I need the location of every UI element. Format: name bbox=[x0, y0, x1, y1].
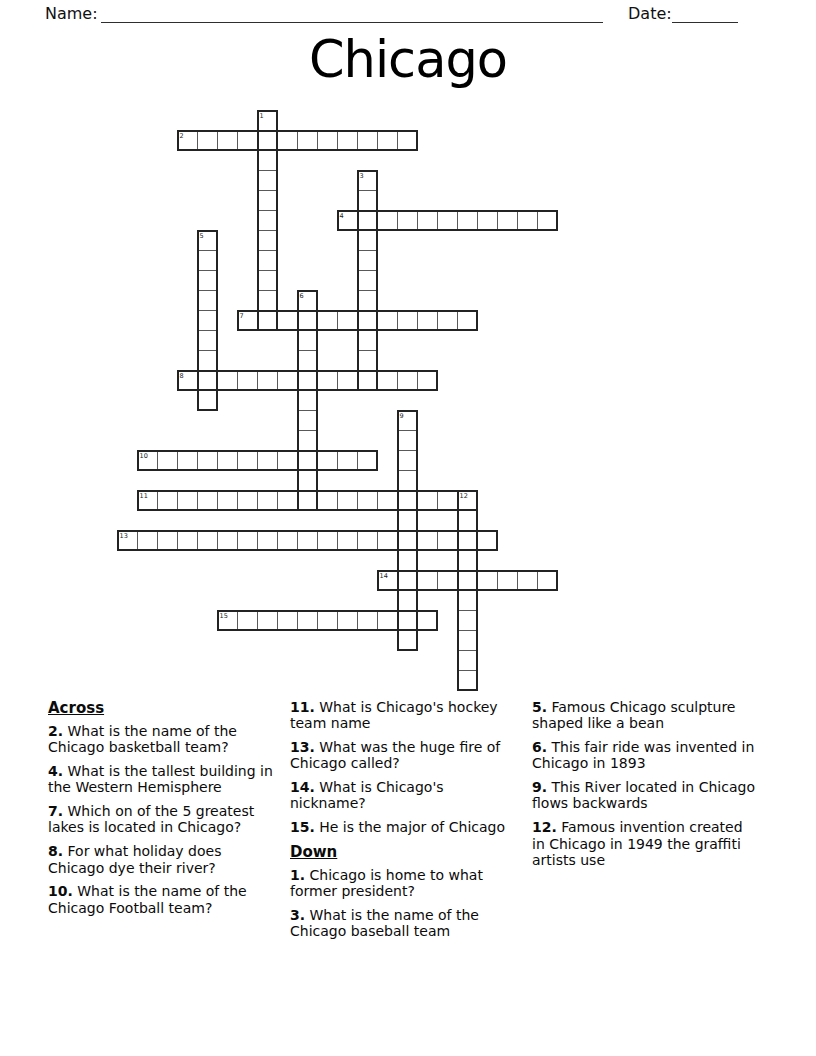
name-label: Name: bbox=[45, 4, 98, 23]
grid-cell-r19c17[interactable] bbox=[457, 490, 478, 511]
grid-cell-r24c17[interactable] bbox=[457, 590, 478, 611]
grid-cell-r21c3[interactable] bbox=[177, 530, 198, 551]
grid-cell-r1c13[interactable] bbox=[377, 130, 398, 151]
clue-4: 4. What is the tallest building in the W… bbox=[48, 763, 274, 796]
grid-cell-r5c18[interactable] bbox=[477, 210, 498, 231]
grid-cell-r12c4[interactable] bbox=[197, 350, 218, 371]
grid-cell-r21c7[interactable] bbox=[257, 530, 278, 551]
grid-cell-r9c4[interactable] bbox=[197, 290, 218, 311]
grid-cell-r5c12[interactable] bbox=[357, 210, 378, 231]
grid-cell-r10c16[interactable] bbox=[437, 310, 458, 331]
grid-cell-r13c8[interactable] bbox=[277, 370, 298, 391]
grid-cell-r25c11[interactable] bbox=[337, 610, 358, 631]
clue-column-1: Across2. What is the name of the Chicago… bbox=[48, 699, 274, 947]
clue-12: 12. Famous invention created in Chicago … bbox=[532, 819, 758, 868]
grid-cell-r6c12[interactable] bbox=[357, 230, 378, 251]
grid-cell-r5c19[interactable] bbox=[497, 210, 518, 231]
grid-cell-r1c6[interactable] bbox=[237, 130, 258, 151]
grid-cell-r22c17[interactable] bbox=[457, 550, 478, 571]
grid-cell-r5c20[interactable] bbox=[517, 210, 538, 231]
grid-cell-r25c6[interactable] bbox=[237, 610, 258, 631]
grid-cell-r3c12[interactable] bbox=[357, 170, 378, 191]
grid-cell-r20c17[interactable] bbox=[457, 510, 478, 531]
grid-cell-r10c13[interactable] bbox=[377, 310, 398, 331]
grid-cell-r17c9[interactable] bbox=[297, 450, 318, 471]
grid-cell-r16c9[interactable] bbox=[297, 430, 318, 451]
clue-10: 10. What is the name of the Chicago Foot… bbox=[48, 883, 274, 916]
grid-cell-r10c4[interactable] bbox=[197, 310, 218, 331]
grid-cell-r25c10[interactable] bbox=[317, 610, 338, 631]
clue-3: 3. What is the name of the Chicago baseb… bbox=[290, 907, 516, 940]
grid-cell-r24c14[interactable] bbox=[397, 590, 418, 611]
grid-cell-r19c13[interactable] bbox=[377, 490, 398, 511]
grid-cell-r17c14[interactable] bbox=[397, 450, 418, 471]
grid-cell-r17c11[interactable] bbox=[337, 450, 358, 471]
grid-cell-r17c10[interactable] bbox=[317, 450, 338, 471]
grid-cell-r1c5[interactable] bbox=[217, 130, 238, 151]
grid-cell-r1c7[interactable] bbox=[257, 130, 278, 151]
grid-cell-r10c15[interactable] bbox=[417, 310, 438, 331]
grid-cell-r10c12[interactable] bbox=[357, 310, 378, 331]
grid-cell-r23c13[interactable] bbox=[377, 570, 398, 591]
grid-cell-r23c15[interactable] bbox=[417, 570, 438, 591]
clue-15: 15. He is the major of Chicago bbox=[290, 819, 516, 835]
grid-cell-r3c7[interactable] bbox=[257, 170, 278, 191]
grid-cell-r10c10[interactable] bbox=[317, 310, 338, 331]
grid-cell-r19c5[interactable] bbox=[217, 490, 238, 511]
grid-cell-r7c4[interactable] bbox=[197, 250, 218, 271]
grid-cell-r19c3[interactable] bbox=[177, 490, 198, 511]
grid-cell-r21c4[interactable] bbox=[197, 530, 218, 551]
date-label: Date: bbox=[628, 4, 672, 23]
grid-cell-r0c7[interactable] bbox=[257, 110, 278, 131]
grid-cell-r25c15[interactable] bbox=[417, 610, 438, 631]
grid-cell-r9c12[interactable] bbox=[357, 290, 378, 311]
grid-cell-r13c14[interactable] bbox=[397, 370, 418, 391]
grid-cell-r17c3[interactable] bbox=[177, 450, 198, 471]
grid-cell-r19c2[interactable] bbox=[157, 490, 178, 511]
grid-cell-r25c7[interactable] bbox=[257, 610, 278, 631]
grid-cell-r1c4[interactable] bbox=[197, 130, 218, 151]
grid-cell-r5c7[interactable] bbox=[257, 210, 278, 231]
grid-cell-r21c18[interactable] bbox=[477, 530, 498, 551]
grid-cell-r17c1[interactable] bbox=[137, 450, 158, 471]
grid-cell-r12c12[interactable] bbox=[357, 350, 378, 371]
clue-11: 11. What is Chicago's hockey team name bbox=[290, 699, 516, 732]
grid-cell-r25c13[interactable] bbox=[377, 610, 398, 631]
grid-cell-r27c17[interactable] bbox=[457, 650, 478, 671]
grid-cell-r21c10[interactable] bbox=[317, 530, 338, 551]
grid-cell-r25c9[interactable] bbox=[297, 610, 318, 631]
grid-cell-r13c3[interactable] bbox=[177, 370, 198, 391]
grid-cell-r13c13[interactable] bbox=[377, 370, 398, 391]
grid-cell-r26c14[interactable] bbox=[397, 630, 418, 651]
grid-cell-r23c17[interactable] bbox=[457, 570, 478, 591]
clue-1: 1. Chicago is home to what former presid… bbox=[290, 867, 516, 900]
grid-cell-r8c12[interactable] bbox=[357, 270, 378, 291]
grid-cell-r13c9[interactable] bbox=[297, 370, 318, 391]
grid-cell-r25c8[interactable] bbox=[277, 610, 298, 631]
grid-cell-r21c5[interactable] bbox=[217, 530, 238, 551]
grid-cell-r15c9[interactable] bbox=[297, 410, 318, 431]
grid-cell-r1c9[interactable] bbox=[297, 130, 318, 151]
grid-cell-r23c19[interactable] bbox=[497, 570, 518, 591]
grid-cell-r21c8[interactable] bbox=[277, 530, 298, 551]
clue-column-2: 11. What is Chicago's hockey team name13… bbox=[290, 699, 516, 947]
grid-cell-r19c4[interactable] bbox=[197, 490, 218, 511]
grid-cell-r19c9[interactable] bbox=[297, 490, 318, 511]
grid-cell-r13c10[interactable] bbox=[317, 370, 338, 391]
grid-cell-r1c8[interactable] bbox=[277, 130, 298, 151]
grid-cell-r1c12[interactable] bbox=[357, 130, 378, 151]
clue-13: 13. What was the huge fire of Chicago ca… bbox=[290, 739, 516, 772]
grid-cell-r5c14[interactable] bbox=[397, 210, 418, 231]
grid-cell-r21c17[interactable] bbox=[457, 530, 478, 551]
clue-9: 9. This River located in Chicago flows b… bbox=[532, 779, 758, 812]
grid-cell-r21c6[interactable] bbox=[237, 530, 258, 551]
grid-cell-r23c21[interactable] bbox=[537, 570, 558, 591]
grid-cell-r10c6[interactable] bbox=[237, 310, 258, 331]
clue-column-3: 5. Famous Chicago sculpture shaped like … bbox=[532, 699, 758, 947]
grid-cell-r5c21[interactable] bbox=[537, 210, 558, 231]
clue-5: 5. Famous Chicago sculpture shaped like … bbox=[532, 699, 758, 732]
grid-cell-r25c17[interactable] bbox=[457, 610, 478, 631]
grid-cell-r19c15[interactable] bbox=[417, 490, 438, 511]
grid-cell-r25c12[interactable] bbox=[357, 610, 378, 631]
grid-cell-r17c7[interactable] bbox=[257, 450, 278, 471]
grid-cell-r26c17[interactable] bbox=[457, 630, 478, 651]
grid-cell-r1c10[interactable] bbox=[317, 130, 338, 151]
grid-cell-r13c11[interactable] bbox=[337, 370, 358, 391]
grid-cell-r19c7[interactable] bbox=[257, 490, 278, 511]
grid-cell-r14c9[interactable] bbox=[297, 390, 318, 411]
grid-cell-r19c1[interactable] bbox=[137, 490, 158, 511]
grid-cell-r5c16[interactable] bbox=[437, 210, 458, 231]
grid-cell-r19c12[interactable] bbox=[357, 490, 378, 511]
grid-cell-r25c14[interactable] bbox=[397, 610, 418, 631]
grid-cell-r17c12[interactable] bbox=[357, 450, 378, 471]
grid-cell-r7c12[interactable] bbox=[357, 250, 378, 271]
grid-cell-r11c12[interactable] bbox=[357, 330, 378, 351]
grid-cell-r18c9[interactable] bbox=[297, 470, 318, 491]
grid-cell-r19c10[interactable] bbox=[317, 490, 338, 511]
crossword-grid: 123456789101112131415 bbox=[117, 110, 558, 691]
grid-cell-r2c7[interactable] bbox=[257, 150, 278, 171]
across-header: Across bbox=[48, 699, 274, 717]
grid-cell-r13c4[interactable] bbox=[197, 370, 218, 391]
grid-cell-r17c5[interactable] bbox=[217, 450, 238, 471]
name-input-line[interactable] bbox=[101, 22, 603, 23]
grid-cell-r23c16[interactable] bbox=[437, 570, 458, 591]
grid-cell-r17c8[interactable] bbox=[277, 450, 298, 471]
grid-cell-r23c14[interactable] bbox=[397, 570, 418, 591]
grid-cell-r8c4[interactable] bbox=[197, 270, 218, 291]
grid-cell-r18c14[interactable] bbox=[397, 470, 418, 491]
grid-cell-r8c7[interactable] bbox=[257, 270, 278, 291]
grid-cell-r13c7[interactable] bbox=[257, 370, 278, 391]
grid-cell-r10c7[interactable] bbox=[257, 310, 278, 331]
grid-cell-r6c4[interactable] bbox=[197, 230, 218, 251]
grid-cell-r21c1[interactable] bbox=[137, 530, 158, 551]
grid-cell-r10c11[interactable] bbox=[337, 310, 358, 331]
grid-cell-r17c6[interactable] bbox=[237, 450, 258, 471]
grid-cell-r13c12[interactable] bbox=[357, 370, 378, 391]
grid-cell-r15c14[interactable] bbox=[397, 410, 418, 431]
grid-cell-r1c3[interactable] bbox=[177, 130, 198, 151]
grid-cell-r10c17[interactable] bbox=[457, 310, 478, 331]
grid-cell-r25c5[interactable] bbox=[217, 610, 238, 631]
grid-cell-r7c7[interactable] bbox=[257, 250, 278, 271]
grid-cell-r19c16[interactable] bbox=[437, 490, 458, 511]
grid-cell-r13c6[interactable] bbox=[237, 370, 258, 391]
page-title: Chicago bbox=[0, 30, 816, 89]
clue-2: 2. What is the name of the Chicago baske… bbox=[48, 723, 274, 756]
grid-cell-r14c4[interactable] bbox=[197, 390, 218, 411]
grid-cell-r1c11[interactable] bbox=[337, 130, 358, 151]
grid-cell-r20c14[interactable] bbox=[397, 510, 418, 531]
grid-cell-r21c15[interactable] bbox=[417, 530, 438, 551]
grid-cell-r21c16[interactable] bbox=[437, 530, 458, 551]
grid-cell-r4c12[interactable] bbox=[357, 190, 378, 211]
grid-cell-r19c6[interactable] bbox=[237, 490, 258, 511]
grid-cell-r11c9[interactable] bbox=[297, 330, 318, 351]
grid-cell-r21c2[interactable] bbox=[157, 530, 178, 551]
grid-cell-r23c18[interactable] bbox=[477, 570, 498, 591]
grid-cell-r21c9[interactable] bbox=[297, 530, 318, 551]
clue-7: 7. Which on of the 5 greatest lakes is l… bbox=[48, 803, 274, 836]
grid-cell-r21c11[interactable] bbox=[337, 530, 358, 551]
grid-cell-r21c12[interactable] bbox=[357, 530, 378, 551]
grid-cell-r5c13[interactable] bbox=[377, 210, 398, 231]
grid-cell-r11c4[interactable] bbox=[197, 330, 218, 351]
grid-cell-r23c20[interactable] bbox=[517, 570, 538, 591]
clue-14: 14. What is Chicago's nickname? bbox=[290, 779, 516, 812]
grid-cell-r19c8[interactable] bbox=[277, 490, 298, 511]
grid-cell-r16c14[interactable] bbox=[397, 430, 418, 451]
grid-cell-r21c13[interactable] bbox=[377, 530, 398, 551]
clue-6: 6. This fair ride was invented in Chicag… bbox=[532, 739, 758, 772]
down-header: Down bbox=[290, 843, 516, 861]
grid-cell-r12c9[interactable] bbox=[297, 350, 318, 371]
grid-cell-r4c7[interactable] bbox=[257, 190, 278, 211]
grid-cell-r5c15[interactable] bbox=[417, 210, 438, 231]
grid-cell-r17c4[interactable] bbox=[197, 450, 218, 471]
grid-cell-r19c11[interactable] bbox=[337, 490, 358, 511]
grid-cell-r10c9[interactable] bbox=[297, 310, 318, 331]
grid-cell-r1c14[interactable] bbox=[397, 130, 418, 151]
grid-cell-r19c14[interactable] bbox=[397, 490, 418, 511]
grid-cell-r5c11[interactable] bbox=[337, 210, 358, 231]
grid-cell-r21c0[interactable] bbox=[117, 530, 138, 551]
grid-cell-r21c14[interactable] bbox=[397, 530, 418, 551]
grid-cell-r13c5[interactable] bbox=[217, 370, 238, 391]
grid-cell-r6c7[interactable] bbox=[257, 230, 278, 251]
grid-cell-r10c8[interactable] bbox=[277, 310, 298, 331]
grid-cell-r9c7[interactable] bbox=[257, 290, 278, 311]
grid-cell-r17c2[interactable] bbox=[157, 450, 178, 471]
clues-section: Across2. What is the name of the Chicago… bbox=[48, 699, 760, 947]
grid-cell-r9c9[interactable] bbox=[297, 290, 318, 311]
grid-cell-r5c17[interactable] bbox=[457, 210, 478, 231]
clue-8: 8. For what holiday does Chicago dye the… bbox=[48, 843, 274, 876]
grid-cell-r13c15[interactable] bbox=[417, 370, 438, 391]
date-input-line[interactable] bbox=[672, 22, 738, 23]
grid-cell-r10c14[interactable] bbox=[397, 310, 418, 331]
grid-cell-r28c17[interactable] bbox=[457, 670, 478, 691]
grid-cell-r22c14[interactable] bbox=[397, 550, 418, 571]
